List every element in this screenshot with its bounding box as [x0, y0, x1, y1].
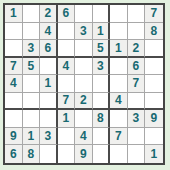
cell-r9c6[interactable]: [93, 145, 111, 163]
cell-r2c3: 4: [40, 23, 58, 41]
cell-r9c1: 6: [5, 145, 23, 163]
cell-r5c2[interactable]: [23, 75, 41, 93]
cell-r3c7: 1: [110, 40, 128, 58]
cell-r7c3[interactable]: [40, 110, 58, 128]
cell-r1c8[interactable]: [128, 5, 146, 23]
cell-r4c4: 4: [58, 58, 76, 76]
cell-r6c3[interactable]: [40, 93, 58, 111]
cell-r2c4[interactable]: [58, 23, 76, 41]
cell-r3c1[interactable]: [5, 40, 23, 58]
cell-r1c3: 2: [40, 5, 58, 23]
cell-r7c1[interactable]: [5, 110, 23, 128]
cell-r4c3[interactable]: [40, 58, 58, 76]
cell-r8c5: 4: [75, 128, 93, 146]
cell-r1c7[interactable]: [110, 5, 128, 23]
cell-r7c7[interactable]: [110, 110, 128, 128]
cell-r8c1: 9: [5, 128, 23, 146]
cell-r3c9[interactable]: [145, 40, 163, 58]
cell-r9c5: 9: [75, 145, 93, 163]
cell-r9c2: 8: [23, 145, 41, 163]
cell-r2c7[interactable]: [110, 23, 128, 41]
cell-r2c1[interactable]: [5, 23, 23, 41]
cell-r3c3: 6: [40, 40, 58, 58]
cell-r1c1: 1: [5, 5, 23, 23]
cell-r8c9[interactable]: [145, 128, 163, 146]
cell-r3c6: 5: [93, 40, 111, 58]
cell-r4c1: 7: [5, 58, 23, 76]
cell-r2c2[interactable]: [23, 23, 41, 41]
sudoku-board-wrapper: 1267431836512754364177241839913476891: [3, 3, 165, 165]
cell-r6c4: 7: [58, 93, 76, 111]
cell-r9c3[interactable]: [40, 145, 58, 163]
cell-r2c5: 3: [75, 23, 93, 41]
cell-r6c1[interactable]: [5, 93, 23, 111]
cell-r6c9[interactable]: [145, 93, 163, 111]
cell-r6c5: 2: [75, 93, 93, 111]
cell-r9c4[interactable]: [58, 145, 76, 163]
cell-r8c7: 7: [110, 128, 128, 146]
cell-r7c6: 8: [93, 110, 111, 128]
cell-r9c8[interactable]: [128, 145, 146, 163]
cell-r5c9[interactable]: [145, 75, 163, 93]
cell-r6c8[interactable]: [128, 93, 146, 111]
cell-r4c6: 3: [93, 58, 111, 76]
cell-r5c4[interactable]: [58, 75, 76, 93]
cell-r8c4[interactable]: [58, 128, 76, 146]
cell-r1c6[interactable]: [93, 5, 111, 23]
cell-r8c3: 3: [40, 128, 58, 146]
cell-r6c6[interactable]: [93, 93, 111, 111]
cell-r5c5[interactable]: [75, 75, 93, 93]
cell-r7c8: 3: [128, 110, 146, 128]
cell-r7c4: 1: [58, 110, 76, 128]
cell-r3c5[interactable]: [75, 40, 93, 58]
cell-r5c7[interactable]: [110, 75, 128, 93]
cell-r1c5[interactable]: [75, 5, 93, 23]
cell-r6c7: 4: [110, 93, 128, 111]
cell-r4c5[interactable]: [75, 58, 93, 76]
cell-r5c6[interactable]: [93, 75, 111, 93]
cell-r8c2: 1: [23, 128, 41, 146]
cell-r4c7[interactable]: [110, 58, 128, 76]
cell-r3c8: 2: [128, 40, 146, 58]
cell-r9c7[interactable]: [110, 145, 128, 163]
cell-r5c3: 1: [40, 75, 58, 93]
cell-r6c2[interactable]: [23, 93, 41, 111]
cell-r5c8: 7: [128, 75, 146, 93]
cell-r2c8[interactable]: [128, 23, 146, 41]
cell-r7c5[interactable]: [75, 110, 93, 128]
cell-r4c9[interactable]: [145, 58, 163, 76]
cell-r4c8: 6: [128, 58, 146, 76]
cell-r8c8[interactable]: [128, 128, 146, 146]
cell-r8c6[interactable]: [93, 128, 111, 146]
cell-r2c6: 1: [93, 23, 111, 41]
cell-r9c9: 1: [145, 145, 163, 163]
cell-r4c2: 5: [23, 58, 41, 76]
cell-r1c2[interactable]: [23, 5, 41, 23]
cell-r3c2: 3: [23, 40, 41, 58]
cell-r1c4: 6: [58, 5, 76, 23]
cell-r1c9: 7: [145, 5, 163, 23]
cell-r5c1: 4: [5, 75, 23, 93]
cell-r7c9: 9: [145, 110, 163, 128]
cell-r7c2[interactable]: [23, 110, 41, 128]
cell-r2c9: 8: [145, 23, 163, 41]
sudoku-grid: 1267431836512754364177241839913476891: [3, 3, 165, 165]
cell-r3c4[interactable]: [58, 40, 76, 58]
